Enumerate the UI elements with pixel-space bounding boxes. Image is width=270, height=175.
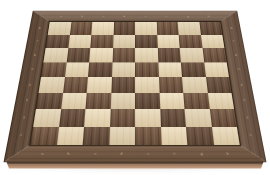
- file-label-top-a: a: [60, 15, 62, 17]
- square-a3: [36, 93, 63, 109]
- square-f1: [160, 127, 187, 145]
- square-e1: [135, 127, 161, 145]
- rank-label-right-2: 2: [245, 116, 248, 119]
- square-g5: [181, 62, 206, 77]
- square-e6: [135, 48, 158, 62]
- square-b6: [66, 48, 90, 62]
- file-label-bottom-g: g: [200, 152, 203, 155]
- square-a5: [41, 62, 66, 77]
- square-a6: [43, 48, 68, 62]
- square-f7: [157, 35, 180, 48]
- square-g6: [180, 48, 204, 62]
- square-c4: [87, 77, 112, 93]
- file-label-bottom-h: h: [226, 152, 229, 155]
- rank-label-left-6: 6: [33, 54, 35, 57]
- square-d4: [111, 77, 135, 93]
- square-h4: [206, 77, 232, 93]
- file-label-top-b: b: [81, 15, 83, 17]
- square-c6: [89, 48, 112, 62]
- file-label-top-e: e: [145, 15, 147, 17]
- square-f3: [159, 93, 184, 109]
- square-d3: [110, 93, 135, 109]
- square-f4: [159, 77, 184, 93]
- rank-label-right-1: 1: [248, 134, 251, 137]
- file-label-bottom-b: b: [67, 152, 70, 155]
- square-f2: [160, 109, 186, 126]
- square-e8: [135, 22, 157, 35]
- square-h3: [207, 93, 234, 109]
- file-label-top-d: d: [123, 15, 125, 17]
- file-label-top-c: c: [102, 15, 104, 17]
- square-d6: [112, 48, 135, 62]
- square-g8: [178, 22, 201, 35]
- square-a2: [33, 109, 61, 126]
- file-label-bottom-a: a: [41, 152, 44, 155]
- square-b8: [70, 22, 93, 35]
- square-c7: [90, 35, 113, 48]
- square-b5: [65, 62, 90, 77]
- rank-label-left-1: 1: [19, 134, 22, 137]
- rank-label-right-3: 3: [242, 99, 245, 102]
- board-squares: [30, 22, 239, 145]
- square-c5: [88, 62, 112, 77]
- square-a7: [46, 35, 70, 48]
- square-b7: [68, 35, 91, 48]
- square-d7: [113, 35, 135, 48]
- square-h2: [209, 109, 237, 126]
- rank-label-right-7: 7: [232, 40, 234, 42]
- rank-label-left-3: 3: [25, 99, 28, 102]
- square-a8: [48, 22, 71, 35]
- square-c1: [83, 127, 110, 145]
- rank-label-left-4: 4: [28, 84, 31, 87]
- square-b3: [61, 93, 87, 109]
- square-g3: [183, 93, 209, 109]
- square-a1: [30, 127, 58, 145]
- square-g4: [182, 77, 207, 93]
- square-c3: [85, 93, 110, 109]
- square-h6: [202, 48, 227, 62]
- square-g7: [179, 35, 202, 48]
- file-label-bottom-e: e: [147, 152, 149, 155]
- square-d1: [109, 127, 135, 145]
- square-f5: [158, 62, 182, 77]
- square-h7: [200, 35, 224, 48]
- file-label-top-g: g: [187, 15, 189, 17]
- chessboard-photo: abcdefghabcdefgh8765432187654321: [0, 0, 270, 175]
- square-c8: [91, 22, 113, 35]
- square-d5: [112, 62, 136, 77]
- square-b2: [59, 109, 86, 126]
- file-label-bottom-d: d: [121, 152, 123, 155]
- square-f8: [156, 22, 178, 35]
- square-b1: [56, 127, 84, 145]
- square-d8: [113, 22, 135, 35]
- square-b4: [63, 77, 88, 93]
- rank-label-left-5: 5: [31, 68, 34, 71]
- square-e7: [135, 35, 157, 48]
- square-c2: [84, 109, 110, 126]
- file-label-bottom-c: c: [94, 152, 96, 155]
- square-e3: [135, 93, 160, 109]
- rank-label-left-8: 8: [38, 27, 40, 29]
- rank-label-right-4: 4: [240, 84, 243, 87]
- square-e2: [135, 109, 160, 126]
- square-d2: [110, 109, 135, 126]
- square-a4: [39, 77, 65, 93]
- square-e4: [135, 77, 159, 93]
- square-g1: [186, 127, 214, 145]
- file-label-top-h: h: [208, 15, 210, 17]
- chess-board: abcdefghabcdefgh8765432187654321: [4, 11, 267, 162]
- rank-label-left-7: 7: [36, 40, 38, 42]
- rank-label-left-2: 2: [22, 116, 25, 119]
- square-g2: [185, 109, 212, 126]
- square-e5: [135, 62, 159, 77]
- rank-label-right-8: 8: [230, 27, 232, 29]
- square-f6: [157, 48, 180, 62]
- square-h8: [199, 22, 222, 35]
- square-h1: [211, 127, 239, 145]
- rank-label-right-5: 5: [237, 68, 240, 71]
- square-h5: [204, 62, 229, 77]
- rank-label-right-6: 6: [234, 54, 236, 57]
